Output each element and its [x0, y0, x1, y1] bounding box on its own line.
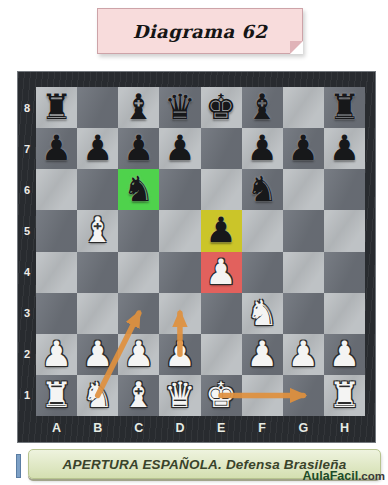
- piece-black-pawn: ♟: [82, 131, 113, 166]
- piece-black-knight: ♞: [246, 172, 277, 207]
- square-e7: [201, 128, 242, 169]
- square-e1: ♚: [201, 375, 242, 416]
- rank-label-7: 7: [18, 128, 36, 169]
- piece-white-queen: ♛: [164, 378, 195, 413]
- piece-white-pawn: ♟: [329, 337, 360, 372]
- square-f8: ♝: [242, 87, 283, 128]
- square-b2: ♟: [77, 334, 118, 375]
- file-label-d: D: [159, 416, 200, 440]
- square-g6: [283, 169, 324, 210]
- file-label-g: G: [283, 416, 324, 440]
- square-g2: ♟: [283, 334, 324, 375]
- square-f5: [242, 210, 283, 251]
- piece-white-knight: ♞: [82, 378, 113, 413]
- square-e5: ♟: [201, 210, 242, 251]
- square-h1: ♜: [324, 375, 365, 416]
- rank-label-1: 1: [18, 375, 36, 416]
- piece-black-pawn: ♟: [288, 131, 319, 166]
- file-label-a: A: [36, 416, 77, 440]
- piece-black-king: ♚: [205, 90, 236, 125]
- square-d1: ♛: [159, 375, 200, 416]
- piece-black-pawn: ♟: [164, 131, 195, 166]
- diagram-title-note: Diagrama 62: [97, 8, 303, 54]
- piece-white-king: ♚: [205, 378, 236, 413]
- file-label-f: F: [242, 416, 283, 440]
- square-g7: ♟: [283, 128, 324, 169]
- square-h5: [324, 210, 365, 251]
- rank-label-3: 3: [18, 293, 36, 334]
- piece-white-pawn: ♟: [246, 337, 277, 372]
- square-b1: ♞: [77, 375, 118, 416]
- piece-white-knight: ♞: [246, 296, 277, 331]
- square-c3: [118, 293, 159, 334]
- piece-white-pawn: ♟: [123, 337, 154, 372]
- square-b4: [77, 252, 118, 293]
- site-watermark: AulaFacil.com: [303, 469, 385, 483]
- file-labels: ABCDEFGH: [36, 416, 365, 440]
- square-d4: [159, 252, 200, 293]
- square-e6: [201, 169, 242, 210]
- piece-black-pawn: ♟: [246, 131, 277, 166]
- square-a3: [36, 293, 77, 334]
- piece-black-pawn: ♟: [41, 131, 72, 166]
- square-c8: ♝: [118, 87, 159, 128]
- rank-label-8: 8: [18, 87, 36, 128]
- square-b5: ♝: [77, 210, 118, 251]
- square-d3: [159, 293, 200, 334]
- piece-black-knight: ♞: [123, 172, 154, 207]
- square-b8: [77, 87, 118, 128]
- piece-white-pawn: ♟: [205, 255, 236, 290]
- piece-black-rook: ♜: [329, 90, 360, 125]
- rank-labels: 87654321: [18, 87, 36, 416]
- square-g5: [283, 210, 324, 251]
- square-a8: ♜: [36, 87, 77, 128]
- diagram-title: Diagrama 62: [133, 21, 267, 42]
- file-label-h: H: [324, 416, 365, 440]
- square-h2: ♟: [324, 334, 365, 375]
- square-c2: ♟: [118, 334, 159, 375]
- piece-black-bishop: ♝: [246, 90, 277, 125]
- piece-white-pawn: ♟: [41, 337, 72, 372]
- rank-label-2: 2: [18, 334, 36, 375]
- square-f1: [242, 375, 283, 416]
- square-f6: ♞: [242, 169, 283, 210]
- square-e8: ♚: [201, 87, 242, 128]
- square-g8: [283, 87, 324, 128]
- square-c1: ♝: [118, 375, 159, 416]
- square-f4: [242, 252, 283, 293]
- rank-label-5: 5: [18, 210, 36, 251]
- square-b3: [77, 293, 118, 334]
- square-a2: ♟: [36, 334, 77, 375]
- watermark-suffix: .com: [358, 470, 385, 482]
- square-h8: ♜: [324, 87, 365, 128]
- folded-corner: [290, 41, 303, 54]
- square-f7: ♟: [242, 128, 283, 169]
- piece-black-pawn: ♟: [329, 131, 360, 166]
- square-h4: [324, 252, 365, 293]
- square-g4: [283, 252, 324, 293]
- piece-white-rook: ♜: [41, 378, 72, 413]
- square-g1: [283, 375, 324, 416]
- rank-label-4: 4: [18, 252, 36, 293]
- blue-margin-marker: [16, 454, 21, 478]
- square-e4: ♟: [201, 252, 242, 293]
- square-f2: ♟: [242, 334, 283, 375]
- piece-black-bishop: ♝: [123, 90, 154, 125]
- piece-white-pawn: ♟: [164, 337, 195, 372]
- square-f3: ♞: [242, 293, 283, 334]
- piece-black-pawn: ♟: [205, 213, 236, 248]
- piece-white-rook: ♜: [329, 378, 360, 413]
- piece-black-rook: ♜: [41, 90, 72, 125]
- square-c6: ♞: [118, 169, 159, 210]
- square-e3: [201, 293, 242, 334]
- file-label-b: B: [77, 416, 118, 440]
- piece-black-queen: ♛: [164, 90, 195, 125]
- chess-board: 87654321 ♜♝♛♚♝♜♟♟♟♟♟♟♟♞♞♝♟♟♞♟♟♟♟♟♟♟♜♞♝♛♚…: [17, 71, 376, 443]
- square-c5: [118, 210, 159, 251]
- square-h6: [324, 169, 365, 210]
- square-h7: ♟: [324, 128, 365, 169]
- square-b7: ♟: [77, 128, 118, 169]
- file-label-c: C: [118, 416, 159, 440]
- square-a7: ♟: [36, 128, 77, 169]
- square-d6: [159, 169, 200, 210]
- piece-white-bishop: ♝: [82, 213, 113, 248]
- square-e2: [201, 334, 242, 375]
- square-d7: ♟: [159, 128, 200, 169]
- square-c4: [118, 252, 159, 293]
- square-a5: [36, 210, 77, 251]
- watermark-brand: AulaFacil: [303, 469, 359, 483]
- rank-label-6: 6: [18, 169, 36, 210]
- square-g3: [283, 293, 324, 334]
- square-b6: [77, 169, 118, 210]
- square-d8: ♛: [159, 87, 200, 128]
- piece-black-pawn: ♟: [123, 131, 154, 166]
- piece-white-bishop: ♝: [123, 378, 154, 413]
- square-d2: ♟: [159, 334, 200, 375]
- board-squares: ♜♝♛♚♝♜♟♟♟♟♟♟♟♞♞♝♟♟♞♟♟♟♟♟♟♟♜♞♝♛♚♜: [36, 87, 365, 416]
- square-d5: [159, 210, 200, 251]
- square-c7: ♟: [118, 128, 159, 169]
- square-a6: [36, 169, 77, 210]
- file-label-e: E: [201, 416, 242, 440]
- square-a1: ♜: [36, 375, 77, 416]
- square-a4: [36, 252, 77, 293]
- piece-white-pawn: ♟: [82, 337, 113, 372]
- piece-white-pawn: ♟: [288, 337, 319, 372]
- square-h3: [324, 293, 365, 334]
